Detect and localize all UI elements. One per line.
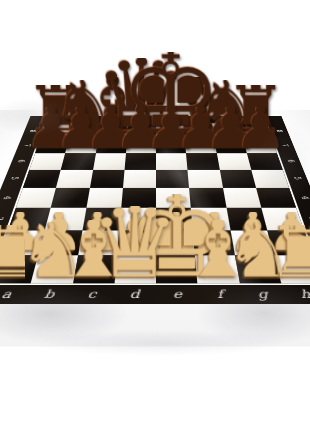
square-c7: ♟ xyxy=(96,138,128,153)
rank-label-text: 4 xyxy=(1,196,13,199)
square-h1: ♜ xyxy=(274,255,310,283)
file-label-d: d xyxy=(128,116,156,124)
square-h8: ♜ xyxy=(239,124,272,138)
board-grid: ♜♞♝♛♚♝♞♜♟♟♟♟♟♟♟♟♟♟♟♟♟♟♟♟♜♞♝♛♚♝♞♜ xyxy=(0,124,310,286)
square-b1: ♞ xyxy=(31,255,78,283)
square-c5 xyxy=(89,170,124,188)
square-h7: ♟ xyxy=(243,138,277,153)
file-label-a: a xyxy=(46,116,76,124)
square-a7: ♟ xyxy=(35,138,69,153)
square-e8: ♚ xyxy=(156,124,185,138)
square-c3 xyxy=(82,208,121,230)
file-label-g: g xyxy=(240,285,287,304)
square-d7: ♟ xyxy=(126,138,156,153)
rank-label-text: 6 xyxy=(286,160,296,163)
square-b2: ♟ xyxy=(38,230,82,255)
file-label-d: d xyxy=(113,285,156,304)
square-f7: ♟ xyxy=(185,138,217,153)
square-c4 xyxy=(86,188,123,208)
square-b6 xyxy=(61,153,96,169)
square-f3 xyxy=(191,208,230,230)
square-d8: ♛ xyxy=(127,124,156,138)
square-e2: ♟ xyxy=(156,230,195,255)
white-pawn-b2: ♟ xyxy=(35,211,83,251)
file-label-c: c xyxy=(69,285,114,304)
rank-label-text: 8 xyxy=(275,130,284,132)
square-f2: ♟ xyxy=(193,230,234,255)
square-c1: ♝ xyxy=(73,255,117,283)
rank-label-text: 8 xyxy=(28,130,37,132)
square-h2: ♟ xyxy=(267,230,310,255)
file-labels-bottom: abcdefgh xyxy=(0,285,310,304)
square-b8: ♞ xyxy=(69,124,100,138)
square-c6 xyxy=(93,153,126,169)
square-a4 xyxy=(16,188,56,208)
rank-label-text: 5 xyxy=(9,177,20,180)
file-label-b: b xyxy=(73,116,102,124)
square-h4 xyxy=(256,188,296,208)
rank-label-text: 4 xyxy=(299,196,310,199)
square-e6 xyxy=(156,153,188,169)
square-e5 xyxy=(156,170,189,188)
square-d2: ♟ xyxy=(117,230,156,255)
square-d6 xyxy=(124,153,156,169)
square-g3 xyxy=(226,208,267,230)
square-e4 xyxy=(156,188,191,208)
square-g7: ♟ xyxy=(214,138,247,153)
square-d3 xyxy=(119,208,156,230)
square-f8: ♝ xyxy=(184,124,214,138)
square-h5 xyxy=(251,170,289,188)
rank-label-text: 6 xyxy=(16,160,26,163)
square-g1: ♞ xyxy=(234,255,281,283)
square-e7: ♟ xyxy=(156,138,186,153)
white-pawn-c2: ♟ xyxy=(74,211,122,251)
file-label-g: g xyxy=(210,116,239,124)
file-label-e: e xyxy=(156,285,199,304)
white-pawn-d2: ♟ xyxy=(112,211,160,251)
square-f6 xyxy=(186,153,219,169)
square-d1: ♛ xyxy=(114,255,156,283)
square-b5 xyxy=(56,170,92,188)
square-h6 xyxy=(247,153,283,169)
file-label-c: c xyxy=(101,116,129,124)
square-g5 xyxy=(219,170,255,188)
chess-board: abcdefgh abcdefgh 87654321 87654321 ♜♞♝♛… xyxy=(0,116,310,304)
square-b3 xyxy=(45,208,86,230)
file-label-f: f xyxy=(198,285,243,304)
rank-label-text: 3 xyxy=(0,217,5,221)
chess-set-product-photo: abcdefgh abcdefgh 87654321 87654321 ♜♞♝♛… xyxy=(0,0,310,430)
square-d4 xyxy=(121,188,156,208)
file-label-h: h xyxy=(237,116,267,124)
rank-label-text: 7 xyxy=(22,144,32,147)
square-e3 xyxy=(156,208,193,230)
square-a5 xyxy=(23,170,61,188)
file-label-e: e xyxy=(156,116,184,124)
white-pawn-g2: ♟ xyxy=(229,211,277,251)
square-g4 xyxy=(223,188,262,208)
square-b7: ♟ xyxy=(65,138,98,153)
square-h3 xyxy=(261,208,304,230)
square-d5 xyxy=(123,170,156,188)
square-f1: ♝ xyxy=(195,255,239,283)
file-label-b: b xyxy=(26,285,73,304)
white-pawn-e2: ♟ xyxy=(151,211,199,251)
square-f4 xyxy=(189,188,226,208)
file-label-f: f xyxy=(183,116,211,124)
square-e1: ♚ xyxy=(156,255,198,283)
square-a6 xyxy=(29,153,65,169)
file-label-h: h xyxy=(282,285,310,304)
square-b4 xyxy=(51,188,90,208)
square-g6 xyxy=(216,153,251,169)
rank-label-text: 5 xyxy=(292,177,303,180)
rank-label-text: 3 xyxy=(307,217,310,221)
square-a3 xyxy=(8,208,51,230)
square-g8: ♞ xyxy=(211,124,242,138)
board-scene: abcdefgh abcdefgh 87654321 87654321 ♜♞♝♛… xyxy=(0,0,310,430)
file-labels-top: abcdefgh xyxy=(46,116,267,124)
white-pawn-f2: ♟ xyxy=(190,211,238,251)
square-c8: ♝ xyxy=(98,124,128,138)
rank-label-text: 7 xyxy=(280,144,290,147)
square-a8: ♜ xyxy=(40,124,73,138)
square-f5 xyxy=(188,170,223,188)
square-c2: ♟ xyxy=(78,230,119,255)
